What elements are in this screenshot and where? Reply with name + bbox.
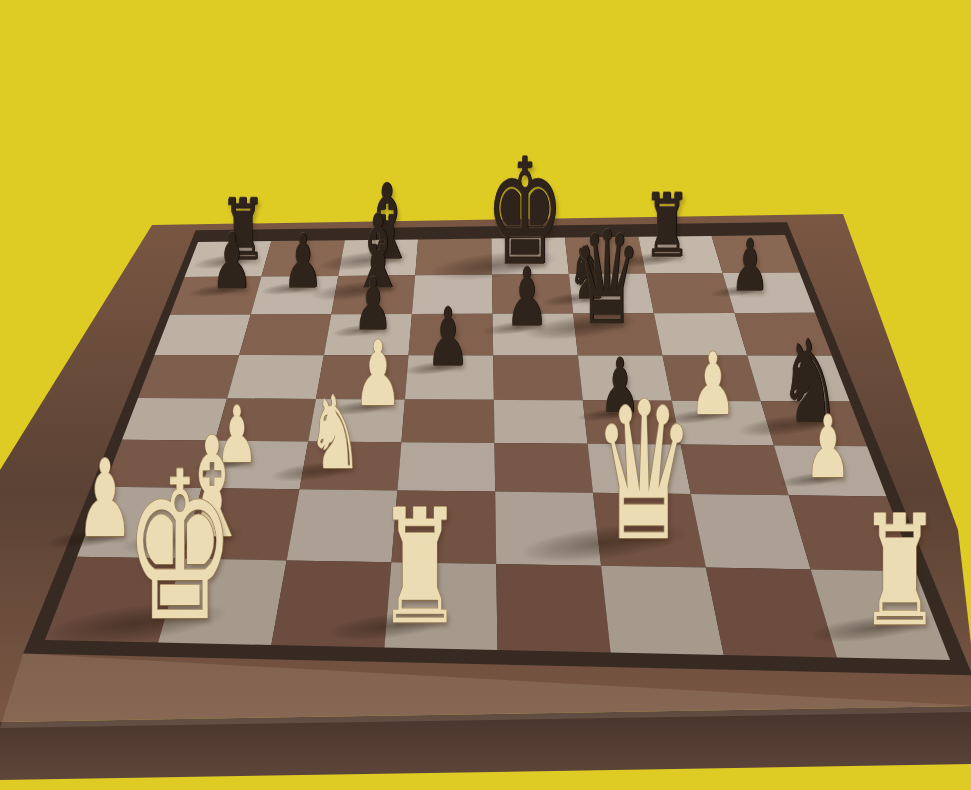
chess-piece-white-rook-d1[interactable]: ♜	[378, 488, 463, 646]
chess-piece-white-rook-h1[interactable]: ♜	[859, 496, 941, 648]
chess-piece-black-pawn-h7[interactable]: ♟	[731, 230, 769, 301]
chess-piece-black-pawn-e6[interactable]: ♟	[505, 258, 548, 338]
chess-piece-black-queen-f7[interactable]: ♛	[572, 214, 641, 343]
chess-piece-black-pawn-b7[interactable]: ♟	[283, 224, 323, 298]
chess-app-scene: ♜♜♝♚♟♟♝♟♞♛♟♟♟♟♟♟♞♟♞♟♟♝♛♚♜♜	[0, 0, 971, 790]
chess-piece-black-pawn-d6[interactable]: ♟	[426, 298, 469, 378]
piece-layer: ♜♜♝♚♟♟♝♟♞♛♟♟♟♟♟♟♞♟♞♟♟♝♛♚♜♜	[0, 0, 971, 790]
chess-piece-white-queen-f3[interactable]: ♛	[593, 377, 696, 568]
chess-piece-black-pawn-a7[interactable]: ♟	[211, 223, 252, 300]
chess-piece-white-pawn-g4[interactable]: ♟	[690, 341, 736, 427]
chess-piece-white-king-b1[interactable]: ♚	[125, 445, 235, 650]
chess-piece-white-pawn-h3[interactable]: ♟	[805, 404, 851, 490]
chess-piece-white-knight-c4[interactable]: ♞	[308, 383, 362, 484]
chess-piece-black-rook-g8[interactable]: ♜	[644, 183, 691, 270]
